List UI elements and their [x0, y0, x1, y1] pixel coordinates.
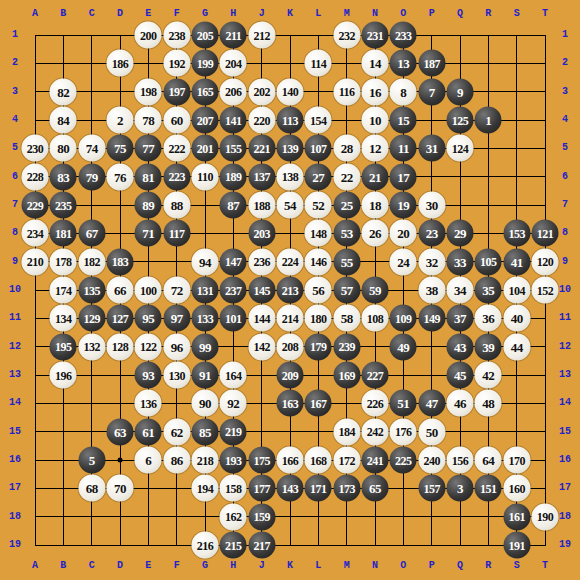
move-number: 172 — [338, 454, 355, 466]
move-number: 30 — [426, 199, 438, 212]
stone-black: 167 — [305, 390, 332, 417]
move-number: 100 — [140, 284, 157, 296]
column-label-bottom: N — [372, 561, 378, 571]
column-label-bottom: D — [117, 561, 123, 571]
move-number: 51 — [397, 397, 409, 410]
move-number: 192 — [168, 57, 185, 69]
move-number: 80 — [57, 142, 69, 155]
stone-black: 193 — [220, 447, 247, 474]
stone-black: 55 — [333, 248, 360, 275]
stone-white: 140 — [277, 78, 304, 105]
column-label-bottom: R — [485, 561, 491, 571]
move-number: 54 — [284, 199, 296, 212]
move-number: 11 — [398, 142, 409, 155]
move-number: 190 — [537, 511, 554, 523]
move-number: 134 — [55, 312, 72, 324]
stone-white: 78 — [135, 107, 162, 134]
stone-white: 8 — [390, 78, 417, 105]
stone-white: 114 — [305, 50, 332, 77]
move-number: 25 — [341, 199, 353, 212]
column-label-top: H — [230, 9, 236, 19]
stone-white: 198 — [135, 78, 162, 105]
stone-white: 32 — [418, 248, 445, 275]
column-label-top: D — [117, 9, 123, 19]
move-number: 200 — [140, 29, 157, 41]
move-number: 85 — [199, 425, 211, 438]
move-number: 155 — [225, 142, 242, 154]
row-label-left: 4 — [12, 115, 18, 125]
stone-black: 11 — [390, 135, 417, 162]
move-number: 242 — [367, 426, 384, 438]
move-number: 188 — [253, 199, 270, 211]
stone-white: 72 — [163, 277, 190, 304]
stone-white: 136 — [135, 390, 162, 417]
move-number: 28 — [341, 142, 353, 155]
row-label-left: 18 — [9, 512, 21, 522]
grid-line-horizontal — [35, 545, 546, 546]
stone-black: 151 — [475, 475, 502, 502]
stone-black: 149 — [418, 305, 445, 332]
move-number: 3 — [457, 482, 463, 495]
column-label-top: L — [315, 9, 321, 19]
stone-white: 44 — [503, 333, 530, 360]
row-label-left: 12 — [9, 342, 21, 352]
column-label-bottom: L — [315, 561, 321, 571]
move-number: 165 — [197, 86, 214, 98]
move-number: 160 — [508, 482, 525, 494]
stone-white: 222 — [163, 135, 190, 162]
move-number: 33 — [454, 255, 466, 268]
move-number: 145 — [253, 284, 270, 296]
move-number: 220 — [253, 114, 270, 126]
move-number: 233 — [395, 29, 412, 41]
stone-white: 104 — [503, 277, 530, 304]
move-number: 127 — [112, 312, 129, 324]
stone-white: 184 — [333, 418, 360, 445]
stone-black: 195 — [50, 333, 77, 360]
stone-black: 9 — [447, 78, 474, 105]
column-label-top: P — [429, 9, 435, 19]
move-number: 49 — [397, 340, 409, 353]
stone-black: 93 — [135, 362, 162, 389]
move-number: 23 — [426, 227, 438, 240]
stone-white: 194 — [192, 475, 219, 502]
move-number: 46 — [454, 397, 466, 410]
move-number: 60 — [171, 114, 183, 127]
column-label-top: G — [202, 9, 208, 19]
move-number: 105 — [480, 256, 497, 268]
move-number: 174 — [55, 284, 72, 296]
stone-white: 218 — [192, 447, 219, 474]
move-number: 96 — [171, 340, 183, 353]
stone-white: 188 — [248, 192, 275, 219]
stone-white: 60 — [163, 107, 190, 134]
move-number: 140 — [282, 86, 299, 98]
stone-black: 127 — [107, 305, 134, 332]
move-number: 83 — [57, 170, 69, 183]
stone-white: 42 — [475, 362, 502, 389]
stone-white: 152 — [532, 277, 559, 304]
stone-white: 22 — [333, 163, 360, 190]
stone-white: 190 — [532, 503, 559, 530]
move-number: 121 — [537, 227, 554, 239]
move-number: 163 — [282, 397, 299, 409]
stone-black: 3 — [447, 475, 474, 502]
stone-black: 129 — [78, 305, 105, 332]
stone-black: 101 — [220, 305, 247, 332]
stone-white: 84 — [50, 107, 77, 134]
move-number: 166 — [282, 454, 299, 466]
row-label-left: 19 — [9, 540, 21, 550]
move-number: 239 — [338, 341, 355, 353]
stone-black: 211 — [220, 22, 247, 49]
stone-white: 28 — [333, 135, 360, 162]
move-number: 1 — [485, 114, 491, 127]
stone-black: 183 — [107, 248, 134, 275]
stone-black: 65 — [362, 475, 389, 502]
stone-black: 221 — [248, 135, 275, 162]
move-number: 169 — [338, 369, 355, 381]
move-number: 9 — [457, 85, 463, 98]
move-number: 228 — [27, 171, 44, 183]
row-label-right: 12 — [559, 342, 571, 352]
move-number: 236 — [253, 256, 270, 268]
stone-white: 204 — [220, 50, 247, 77]
stone-black: 25 — [333, 192, 360, 219]
stone-black: 133 — [192, 305, 219, 332]
row-label-right: 11 — [559, 313, 571, 323]
stone-white: 88 — [163, 192, 190, 219]
move-number: 35 — [482, 284, 494, 297]
stone-white: 236 — [248, 248, 275, 275]
stone-black: 229 — [22, 192, 49, 219]
move-number: 22 — [341, 170, 353, 183]
stone-white: 20 — [390, 220, 417, 247]
stone-black: 33 — [447, 248, 474, 275]
column-label-top: F — [174, 9, 180, 19]
move-number: 90 — [199, 397, 211, 410]
column-label-top: J — [259, 9, 265, 19]
row-label-right: 6 — [562, 172, 568, 182]
move-number: 67 — [86, 227, 98, 240]
move-number: 45 — [454, 369, 466, 382]
stone-black: 35 — [475, 277, 502, 304]
move-number: 125 — [452, 114, 469, 126]
move-number: 180 — [310, 312, 327, 324]
move-number: 21 — [369, 170, 381, 183]
move-number: 82 — [57, 85, 69, 98]
stone-black: 241 — [362, 447, 389, 474]
stone-black: 91 — [192, 362, 219, 389]
move-number: 235 — [55, 199, 72, 211]
stone-black: 139 — [277, 135, 304, 162]
stone-black: 31 — [418, 135, 445, 162]
stone-white: 178 — [50, 248, 77, 275]
move-number: 15 — [397, 114, 409, 127]
column-label-bottom: G — [202, 561, 208, 571]
stone-white: 58 — [333, 305, 360, 332]
row-label-right: 8 — [562, 228, 568, 238]
move-number: 91 — [199, 369, 211, 382]
go-board[interactable]: AABBCCDDEEFFGGHHJJKKLLMMNNOOPPQQRRSSTT11… — [0, 0, 580, 580]
stone-black: 107 — [305, 135, 332, 162]
row-label-right: 7 — [562, 200, 568, 210]
move-number: 107 — [310, 142, 327, 154]
stone-black: 155 — [220, 135, 247, 162]
move-number: 135 — [83, 284, 100, 296]
move-number: 147 — [225, 256, 242, 268]
stone-white: 162 — [220, 503, 247, 530]
move-number: 44 — [511, 340, 523, 353]
move-number: 129 — [83, 312, 100, 324]
move-number: 88 — [171, 199, 183, 212]
move-number: 66 — [114, 284, 126, 297]
column-label-top: E — [145, 9, 151, 19]
move-number: 87 — [227, 199, 239, 212]
move-number: 173 — [338, 482, 355, 494]
move-number: 137 — [253, 171, 270, 183]
move-number: 120 — [537, 256, 554, 268]
stone-black: 233 — [390, 22, 417, 49]
move-number: 221 — [253, 142, 270, 154]
stone-black: 153 — [503, 220, 530, 247]
move-number: 178 — [55, 256, 72, 268]
move-number: 240 — [423, 454, 440, 466]
move-number: 84 — [57, 114, 69, 127]
column-label-top: A — [32, 9, 38, 19]
move-number: 157 — [423, 482, 440, 494]
row-label-right: 1 — [562, 30, 568, 40]
move-number: 81 — [142, 170, 154, 183]
move-number: 212 — [253, 29, 270, 41]
stone-black: 197 — [163, 78, 190, 105]
move-number: 218 — [197, 454, 214, 466]
move-number: 36 — [482, 312, 494, 325]
stone-white: 192 — [163, 50, 190, 77]
stone-white: 212 — [248, 22, 275, 49]
move-number: 62 — [171, 425, 183, 438]
row-label-right: 18 — [559, 512, 571, 522]
stone-white: 94 — [192, 248, 219, 275]
column-label-bottom: P — [429, 561, 435, 571]
row-label-left: 14 — [9, 398, 21, 408]
move-number: 31 — [426, 142, 438, 155]
move-number: 143 — [282, 482, 299, 494]
stone-black: 205 — [192, 22, 219, 49]
stone-black: 79 — [78, 163, 105, 190]
stone-white: 230 — [22, 135, 49, 162]
stone-white: 80 — [50, 135, 77, 162]
stone-black: 51 — [390, 390, 417, 417]
move-number: 151 — [480, 482, 497, 494]
stone-white: 86 — [163, 447, 190, 474]
move-number: 19 — [397, 199, 409, 212]
move-number: 86 — [171, 454, 183, 467]
stone-white: 220 — [248, 107, 275, 134]
stone-black: 23 — [418, 220, 445, 247]
stone-white: 50 — [418, 418, 445, 445]
move-number: 71 — [142, 227, 154, 240]
stone-white: 100 — [135, 277, 162, 304]
move-number: 237 — [225, 284, 242, 296]
stone-black: 191 — [503, 532, 530, 559]
row-label-right: 2 — [562, 58, 568, 68]
move-number: 10 — [369, 114, 381, 127]
move-number: 133 — [197, 312, 214, 324]
move-number: 55 — [341, 255, 353, 268]
stone-white: 68 — [78, 475, 105, 502]
column-label-bottom: A — [32, 561, 38, 571]
stone-black: 113 — [277, 107, 304, 134]
stone-black: 7 — [418, 78, 445, 105]
stone-black: 215 — [220, 532, 247, 559]
stone-white: 120 — [532, 248, 559, 275]
stone-black: 159 — [248, 503, 275, 530]
move-number: 61 — [142, 425, 154, 438]
stone-black: 27 — [305, 163, 332, 190]
stone-black: 105 — [475, 248, 502, 275]
column-label-bottom: H — [230, 561, 236, 571]
row-label-left: 9 — [12, 257, 18, 267]
row-label-left: 7 — [12, 200, 18, 210]
move-number: 154 — [310, 114, 327, 126]
stone-white: 24 — [390, 248, 417, 275]
move-number: 209 — [282, 369, 299, 381]
move-number: 77 — [142, 142, 154, 155]
column-label-top: O — [400, 9, 406, 19]
row-label-left: 8 — [12, 228, 18, 238]
column-label-top: R — [485, 9, 491, 19]
move-number: 176 — [395, 426, 412, 438]
stone-black: 147 — [220, 248, 247, 275]
move-number: 215 — [225, 539, 242, 551]
move-number: 97 — [171, 312, 183, 325]
stone-black: 75 — [107, 135, 134, 162]
move-number: 26 — [369, 227, 381, 240]
stone-black: 121 — [532, 220, 559, 247]
stone-white: 172 — [333, 447, 360, 474]
move-number: 161 — [508, 511, 525, 523]
move-number: 8 — [400, 85, 406, 98]
column-label-bottom: S — [514, 561, 520, 571]
move-number: 57 — [341, 284, 353, 297]
move-number: 38 — [426, 284, 438, 297]
move-number: 113 — [282, 114, 298, 126]
row-label-right: 15 — [559, 427, 571, 437]
stone-white: 196 — [50, 362, 77, 389]
stone-black: 145 — [248, 277, 275, 304]
row-label-left: 10 — [9, 285, 21, 295]
row-label-right: 5 — [562, 143, 568, 153]
stone-black: 71 — [135, 220, 162, 247]
move-number: 17 — [397, 170, 409, 183]
move-number: 131 — [197, 284, 214, 296]
column-label-top: N — [372, 9, 378, 19]
stone-black: 177 — [248, 475, 275, 502]
stone-black: 13 — [390, 50, 417, 77]
move-number: 146 — [310, 256, 327, 268]
row-label-right: 19 — [559, 540, 571, 550]
stone-black: 53 — [333, 220, 360, 247]
row-label-left: 13 — [9, 370, 21, 380]
move-number: 63 — [114, 425, 126, 438]
stone-black: 29 — [447, 220, 474, 247]
stone-black: 169 — [333, 362, 360, 389]
move-number: 158 — [225, 482, 242, 494]
move-number: 199 — [197, 57, 214, 69]
move-number: 34 — [454, 284, 466, 297]
stone-black: 217 — [248, 532, 275, 559]
stone-white: 26 — [362, 220, 389, 247]
column-label-bottom: J — [259, 561, 265, 571]
stone-black: 181 — [50, 220, 77, 247]
move-number: 179 — [310, 341, 327, 353]
move-number: 79 — [86, 170, 98, 183]
move-number: 191 — [508, 539, 525, 551]
move-number: 14 — [369, 57, 381, 70]
stone-white: 12 — [362, 135, 389, 162]
move-number: 108 — [367, 312, 384, 324]
column-label-top: M — [344, 9, 350, 19]
move-number: 230 — [27, 142, 44, 154]
stone-white: 108 — [362, 305, 389, 332]
stone-white: 208 — [277, 333, 304, 360]
move-number: 92 — [227, 397, 239, 410]
move-number: 217 — [253, 539, 270, 551]
stone-black: 5 — [78, 447, 105, 474]
move-number: 208 — [282, 341, 299, 353]
stone-black: 161 — [503, 503, 530, 530]
move-number: 136 — [140, 397, 157, 409]
move-number: 206 — [225, 86, 242, 98]
move-number: 170 — [508, 454, 525, 466]
move-number: 205 — [197, 29, 214, 41]
stone-black: 67 — [78, 220, 105, 247]
stone-black: 239 — [333, 333, 360, 360]
stone-black: 173 — [333, 475, 360, 502]
column-label-bottom: B — [60, 561, 66, 571]
stone-white: 180 — [305, 305, 332, 332]
stone-white: 228 — [22, 163, 49, 190]
stone-white: 166 — [277, 447, 304, 474]
stone-white: 36 — [475, 305, 502, 332]
stone-white: 202 — [248, 78, 275, 105]
move-number: 70 — [114, 482, 126, 495]
row-label-right: 4 — [562, 115, 568, 125]
grid-line-horizontal — [35, 516, 546, 517]
stone-white: 82 — [50, 78, 77, 105]
row-label-right: 13 — [559, 370, 571, 380]
stone-black: 19 — [390, 192, 417, 219]
move-number: 68 — [86, 482, 98, 495]
move-number: 171 — [310, 482, 327, 494]
stone-black: 49 — [390, 333, 417, 360]
move-number: 52 — [312, 199, 324, 212]
stone-black: 89 — [135, 192, 162, 219]
stone-black: 47 — [418, 390, 445, 417]
move-number: 222 — [168, 142, 185, 154]
stone-black: 157 — [418, 475, 445, 502]
move-number: 148 — [310, 227, 327, 239]
move-number: 196 — [55, 369, 72, 381]
stone-black: 175 — [248, 447, 275, 474]
row-label-right: 16 — [559, 455, 571, 465]
stone-black: 207 — [192, 107, 219, 134]
stone-white: 182 — [78, 248, 105, 275]
stone-black: 201 — [192, 135, 219, 162]
stone-white: 2 — [107, 107, 134, 134]
move-number: 12 — [369, 142, 381, 155]
